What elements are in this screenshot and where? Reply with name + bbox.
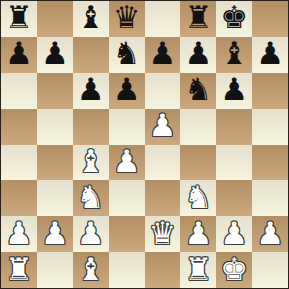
piece-black-queen[interactable]: ♛ (113, 2, 141, 33)
square-g8[interactable]: ♚ (216, 1, 252, 37)
square-h8[interactable] (252, 1, 288, 37)
square-b8[interactable] (37, 1, 73, 37)
square-e2[interactable]: ♛ (145, 216, 181, 252)
piece-black-pawn[interactable]: ♟ (5, 38, 33, 69)
piece-white-knight[interactable]: ♞ (184, 182, 212, 213)
square-f8[interactable]: ♜ (180, 1, 216, 37)
square-d6[interactable]: ♟ (109, 73, 145, 109)
square-c5[interactable] (73, 109, 109, 145)
piece-white-pawn[interactable]: ♟ (220, 218, 248, 249)
square-c6[interactable]: ♟ (73, 73, 109, 109)
square-h4[interactable] (252, 145, 288, 181)
piece-black-pawn[interactable]: ♟ (184, 38, 212, 69)
piece-black-pawn[interactable]: ♟ (77, 74, 105, 105)
square-h7[interactable]: ♟ (252, 37, 288, 73)
square-b2[interactable]: ♟ (37, 216, 73, 252)
square-h3[interactable] (252, 180, 288, 216)
square-e8[interactable] (145, 1, 181, 37)
square-b1[interactable] (37, 252, 73, 288)
square-b3[interactable] (37, 180, 73, 216)
piece-black-pawn[interactable]: ♟ (149, 38, 177, 69)
piece-black-king[interactable]: ♚ (220, 2, 248, 33)
square-h5[interactable] (252, 109, 288, 145)
piece-white-queen[interactable]: ♛ (149, 218, 177, 249)
square-g1[interactable]: ♚ (216, 252, 252, 288)
piece-white-pawn[interactable]: ♟ (113, 146, 141, 177)
piece-black-rook[interactable]: ♜ (5, 2, 33, 33)
square-f6[interactable]: ♞ (180, 73, 216, 109)
square-b4[interactable] (37, 145, 73, 181)
chess-board-frame: ♜♝♛♜♚♟♟♞♟♟♝♟♟♟♞♟♟♝♟♞♞♟♟♟♛♟♟♟♜♝♜♚ (0, 0, 289, 289)
square-h2[interactable]: ♟ (252, 216, 288, 252)
square-e1[interactable] (145, 252, 181, 288)
square-g5[interactable] (216, 109, 252, 145)
square-c7[interactable] (73, 37, 109, 73)
piece-black-pawn[interactable]: ♟ (113, 74, 141, 105)
square-g4[interactable] (216, 145, 252, 181)
square-f1[interactable]: ♜ (180, 252, 216, 288)
square-d8[interactable]: ♛ (109, 1, 145, 37)
piece-black-pawn[interactable]: ♟ (256, 38, 284, 69)
piece-white-pawn[interactable]: ♟ (149, 110, 177, 141)
square-a5[interactable] (1, 109, 37, 145)
square-f3[interactable]: ♞ (180, 180, 216, 216)
square-c3[interactable]: ♞ (73, 180, 109, 216)
piece-white-king[interactable]: ♚ (220, 254, 248, 285)
square-d2[interactable] (109, 216, 145, 252)
piece-white-rook[interactable]: ♜ (5, 254, 33, 285)
square-c8[interactable]: ♝ (73, 1, 109, 37)
square-e4[interactable] (145, 145, 181, 181)
piece-black-bishop[interactable]: ♝ (220, 38, 248, 69)
square-b6[interactable] (37, 73, 73, 109)
square-d4[interactable]: ♟ (109, 145, 145, 181)
piece-white-pawn[interactable]: ♟ (41, 218, 69, 249)
piece-black-rook[interactable]: ♜ (184, 2, 212, 33)
square-g7[interactable]: ♝ (216, 37, 252, 73)
piece-white-pawn[interactable]: ♟ (256, 218, 284, 249)
square-b5[interactable] (37, 109, 73, 145)
square-a8[interactable]: ♜ (1, 1, 37, 37)
piece-black-bishop[interactable]: ♝ (77, 2, 105, 33)
square-g6[interactable]: ♟ (216, 73, 252, 109)
square-f4[interactable] (180, 145, 216, 181)
square-e7[interactable]: ♟ (145, 37, 181, 73)
square-e6[interactable] (145, 73, 181, 109)
square-d5[interactable] (109, 109, 145, 145)
square-d1[interactable] (109, 252, 145, 288)
square-h1[interactable] (252, 252, 288, 288)
square-f2[interactable]: ♟ (180, 216, 216, 252)
square-g2[interactable]: ♟ (216, 216, 252, 252)
square-d3[interactable] (109, 180, 145, 216)
piece-black-pawn[interactable]: ♟ (41, 38, 69, 69)
square-e3[interactable] (145, 180, 181, 216)
piece-white-bishop[interactable]: ♝ (77, 254, 105, 285)
piece-white-rook[interactable]: ♜ (184, 254, 212, 285)
square-a1[interactable]: ♜ (1, 252, 37, 288)
chess-board: ♜♝♛♜♚♟♟♞♟♟♝♟♟♟♞♟♟♝♟♞♞♟♟♟♛♟♟♟♜♝♜♚ (1, 1, 288, 288)
square-a4[interactable] (1, 145, 37, 181)
piece-white-pawn[interactable]: ♟ (5, 218, 33, 249)
square-a3[interactable] (1, 180, 37, 216)
piece-white-pawn[interactable]: ♟ (77, 218, 105, 249)
square-f7[interactable]: ♟ (180, 37, 216, 73)
piece-white-bishop[interactable]: ♝ (77, 146, 105, 177)
square-a7[interactable]: ♟ (1, 37, 37, 73)
piece-black-pawn[interactable]: ♟ (220, 74, 248, 105)
square-c4[interactable]: ♝ (73, 145, 109, 181)
piece-white-pawn[interactable]: ♟ (184, 218, 212, 249)
square-f5[interactable] (180, 109, 216, 145)
piece-white-knight[interactable]: ♞ (77, 182, 105, 213)
piece-black-knight[interactable]: ♞ (184, 74, 212, 105)
square-b7[interactable]: ♟ (37, 37, 73, 73)
square-h6[interactable] (252, 73, 288, 109)
piece-black-knight[interactable]: ♞ (113, 38, 141, 69)
square-a2[interactable]: ♟ (1, 216, 37, 252)
square-c2[interactable]: ♟ (73, 216, 109, 252)
square-c1[interactable]: ♝ (73, 252, 109, 288)
square-a6[interactable] (1, 73, 37, 109)
square-d7[interactable]: ♞ (109, 37, 145, 73)
square-e5[interactable]: ♟ (145, 109, 181, 145)
square-g3[interactable] (216, 180, 252, 216)
